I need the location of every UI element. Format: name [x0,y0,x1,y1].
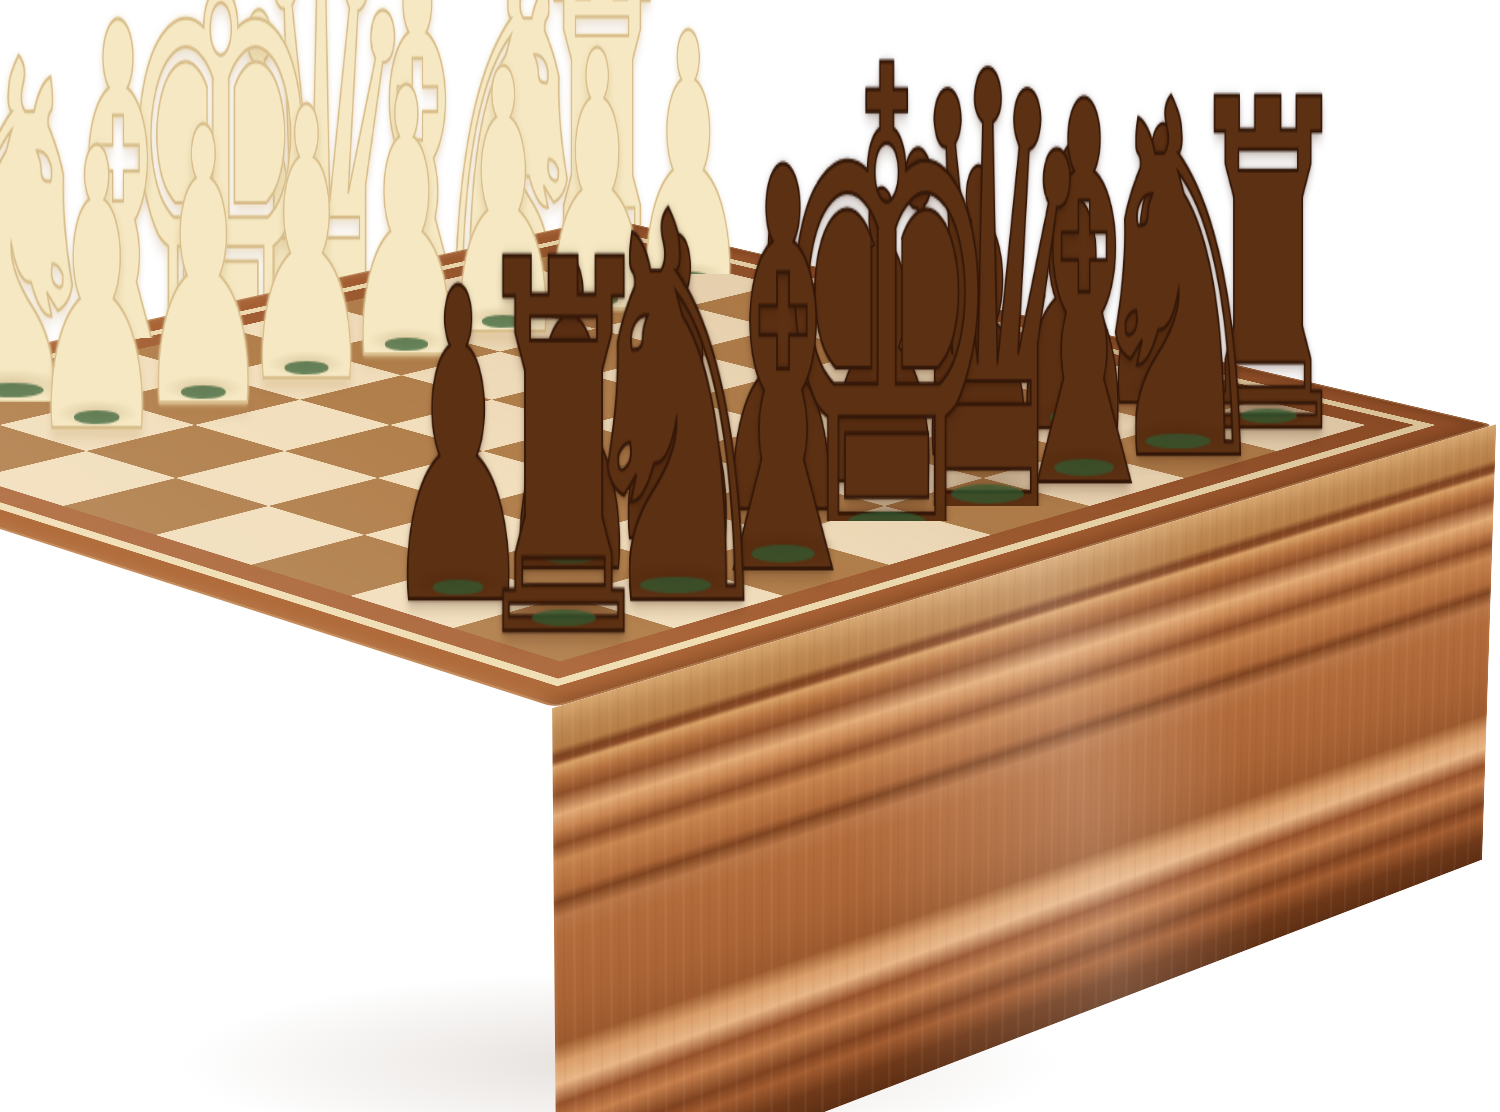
piece-black-rook-h8: ♜ [409,197,718,628]
chess-set-product-photo: ♜♞♝♛♚♝♞♜♟♟♟♟♟♟♟♟♟♟♟♟♟♟♟♟♜♞♝♛♚♝♞♜ [0,0,1500,1112]
perspective-scene: ♜♞♝♛♚♝♞♜♟♟♟♟♟♟♟♟♟♟♟♟♟♟♟♟♜♞♝♛♚♝♞♜ [0,0,1500,1112]
piece-white-pawn-h2: ♟ [0,120,109,451]
chess-box-assembly: ♜♞♝♛♚♝♞♜♟♟♟♟♟♟♟♟♟♟♟♟♟♟♟♟♜♞♝♛♚♝♞♜ [0,218,1494,708]
